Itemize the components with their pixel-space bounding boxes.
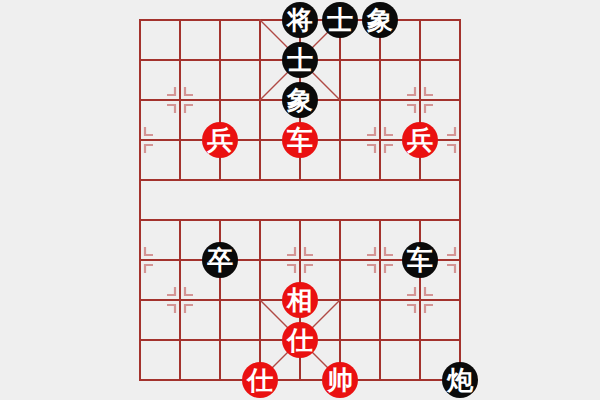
xiangqi-board: 将士象士象兵车兵卒车相仕仕帅炮 bbox=[140, 20, 460, 380]
piece-black-chariot[interactable]: 车 bbox=[402, 242, 438, 278]
piece-black-elephant[interactable]: 象 bbox=[362, 2, 398, 38]
piece-glyph: 仕 bbox=[287, 327, 313, 353]
piece-glyph: 帅 bbox=[327, 367, 353, 393]
piece-red-chariot[interactable]: 车 bbox=[282, 122, 318, 158]
piece-glyph: 车 bbox=[287, 127, 313, 153]
piece-black-general[interactable]: 将 bbox=[282, 2, 318, 38]
pieces-layer: 将士象士象兵车兵卒车相仕仕帅炮 bbox=[140, 20, 460, 380]
piece-red-elephant[interactable]: 相 bbox=[282, 282, 318, 318]
piece-glyph: 将 bbox=[287, 7, 313, 33]
piece-glyph: 相 bbox=[287, 287, 313, 313]
piece-red-general[interactable]: 帅 bbox=[322, 362, 358, 398]
piece-red-pawn[interactable]: 兵 bbox=[202, 122, 238, 158]
piece-glyph: 兵 bbox=[407, 127, 433, 153]
piece-red-advisor[interactable]: 仕 bbox=[242, 362, 278, 398]
piece-black-advisor[interactable]: 士 bbox=[282, 42, 318, 78]
piece-red-pawn[interactable]: 兵 bbox=[402, 122, 438, 158]
piece-glyph: 士 bbox=[327, 7, 353, 33]
piece-glyph: 仕 bbox=[247, 367, 273, 393]
piece-red-advisor[interactable]: 仕 bbox=[282, 322, 318, 358]
piece-glyph: 卒 bbox=[207, 247, 233, 273]
piece-black-pawn[interactable]: 卒 bbox=[202, 242, 238, 278]
piece-glyph: 象 bbox=[287, 87, 313, 113]
piece-glyph: 士 bbox=[287, 47, 313, 73]
piece-glyph: 象 bbox=[367, 7, 393, 33]
piece-glyph: 炮 bbox=[447, 367, 473, 393]
xiangqi-app: 将士象士象兵车兵卒车相仕仕帅炮 bbox=[0, 0, 600, 400]
piece-black-elephant[interactable]: 象 bbox=[282, 82, 318, 118]
piece-black-advisor[interactable]: 士 bbox=[322, 2, 358, 38]
piece-black-cannon[interactable]: 炮 bbox=[442, 362, 478, 398]
piece-glyph: 车 bbox=[407, 247, 433, 273]
piece-glyph: 兵 bbox=[207, 127, 233, 153]
